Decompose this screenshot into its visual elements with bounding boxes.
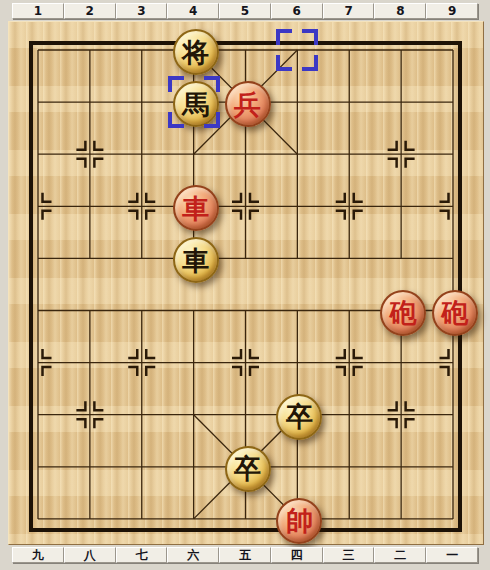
point-marker [406, 159, 415, 168]
point-marker [94, 141, 103, 150]
point-marker [232, 349, 241, 358]
point-marker [354, 367, 363, 376]
point-marker [354, 211, 363, 220]
point-marker [94, 401, 103, 410]
point-marker [146, 349, 155, 358]
top-file-label-1: 1 [12, 3, 64, 19]
top-file-label-5: 5 [219, 3, 271, 19]
point-marker [354, 349, 363, 358]
piece-red-soldier[interactable]: 兵 [225, 81, 271, 127]
point-marker [406, 141, 415, 150]
point-marker [94, 159, 103, 168]
point-marker [76, 159, 85, 168]
point-marker [232, 367, 241, 376]
piece-black-soldier[interactable]: 卒 [225, 446, 271, 492]
top-file-label-9: 9 [426, 3, 478, 19]
point-marker [43, 349, 52, 358]
point-marker [128, 211, 137, 220]
point-marker [440, 367, 449, 376]
piece-black-chariot[interactable]: 車 [173, 237, 219, 283]
point-marker [354, 193, 363, 202]
top-file-label-2: 2 [64, 3, 116, 19]
piece-black-soldier[interactable]: 卒 [276, 394, 322, 440]
point-marker [388, 141, 397, 150]
point-marker [146, 367, 155, 376]
bottom-file-label-6: 四 [271, 547, 323, 563]
bottom-coordinate-bar: 九八七六五四三二一 [12, 547, 478, 563]
point-marker [146, 193, 155, 202]
point-marker [128, 367, 137, 376]
top-file-label-8: 8 [374, 3, 426, 19]
point-marker [406, 401, 415, 410]
point-marker [336, 211, 345, 220]
point-marker [250, 367, 259, 376]
point-marker [336, 349, 345, 358]
point-marker [94, 419, 103, 428]
point-marker [250, 193, 259, 202]
point-marker [388, 419, 397, 428]
xiangqi-board[interactable]: 将馬兵車車砲砲卒卒帥 [8, 21, 484, 545]
point-marker [406, 419, 415, 428]
point-marker [43, 193, 52, 202]
piece-red-general[interactable]: 帥 [276, 498, 322, 544]
bottom-file-label-9: 一 [426, 547, 478, 563]
bottom-file-label-1: 九 [12, 547, 64, 563]
point-marker [128, 193, 137, 202]
point-marker [43, 367, 52, 376]
point-marker [146, 211, 155, 220]
piece-red-cannon[interactable]: 砲 [432, 290, 478, 336]
piece-red-cannon[interactable]: 砲 [380, 290, 426, 336]
top-file-label-3: 3 [116, 3, 168, 19]
point-marker [336, 193, 345, 202]
bottom-file-label-5: 五 [219, 547, 271, 563]
point-marker [76, 419, 85, 428]
point-marker [232, 211, 241, 220]
top-file-label-4: 4 [167, 3, 219, 19]
bottom-file-label-3: 七 [116, 547, 168, 563]
piece-black-horse[interactable]: 馬 [173, 81, 219, 127]
bottom-file-label-8: 二 [374, 547, 426, 563]
piece-red-chariot[interactable]: 車 [173, 185, 219, 231]
top-file-label-7: 7 [323, 3, 375, 19]
point-marker [232, 193, 241, 202]
point-marker [128, 349, 137, 358]
top-coordinate-bar: 123456789 [12, 3, 478, 19]
point-marker [76, 401, 85, 410]
point-marker [440, 193, 449, 202]
bottom-file-label-2: 八 [64, 547, 116, 563]
top-file-label-6: 6 [271, 3, 323, 19]
point-marker [250, 349, 259, 358]
point-marker [43, 211, 52, 220]
piece-black-general[interactable]: 将 [173, 29, 219, 75]
point-marker [388, 401, 397, 410]
xiangqi-app-window: 123456789 将馬兵車車砲砲卒卒帥 九八七六五四三二一 [0, 0, 490, 570]
point-marker [336, 367, 345, 376]
bottom-file-label-4: 六 [167, 547, 219, 563]
point-marker [440, 211, 449, 220]
bottom-file-label-7: 三 [323, 547, 375, 563]
point-marker [388, 159, 397, 168]
point-marker [440, 349, 449, 358]
point-marker [76, 141, 85, 150]
point-marker [250, 211, 259, 220]
